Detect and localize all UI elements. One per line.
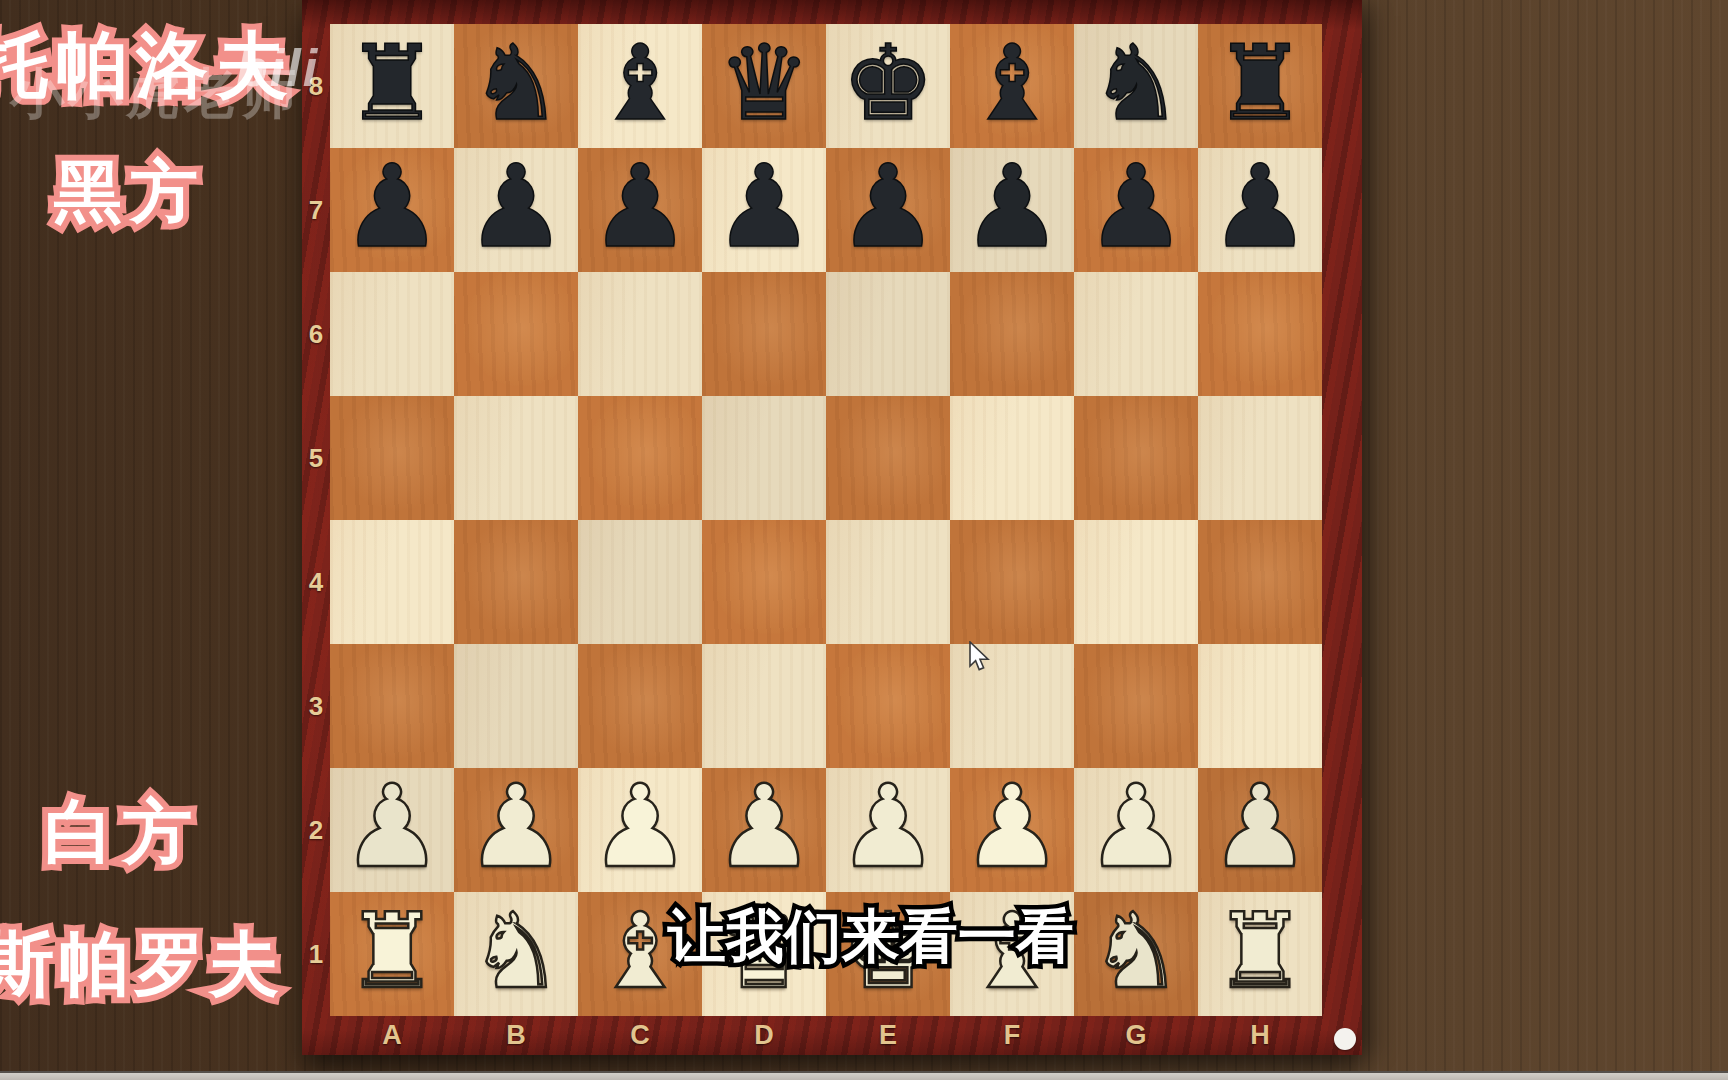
square-h2[interactable]: ♟: [1198, 768, 1322, 892]
square-c8[interactable]: ♝: [578, 24, 702, 148]
square-h1[interactable]: ♜: [1198, 892, 1322, 1016]
square-h3[interactable]: [1198, 644, 1322, 768]
square-b4[interactable]: [454, 520, 578, 644]
square-d2[interactable]: ♟: [702, 768, 826, 892]
rank-label-5: 5: [302, 396, 330, 520]
square-g1[interactable]: ♞: [1074, 892, 1198, 1016]
corner-dot-icon: [1334, 1028, 1356, 1050]
mouse-cursor-icon: [968, 641, 992, 678]
piece-black-queen[interactable]: ♛: [717, 31, 810, 135]
rank-label-2: 2: [302, 768, 330, 892]
square-b5[interactable]: [454, 396, 578, 520]
square-c5[interactable]: [578, 396, 702, 520]
square-b3[interactable]: [454, 644, 578, 768]
square-c6[interactable]: [578, 272, 702, 396]
square-g4[interactable]: [1074, 520, 1198, 644]
piece-white-pawn[interactable]: ♟: [713, 770, 815, 884]
square-a4[interactable]: [330, 520, 454, 644]
square-c7[interactable]: ♟: [578, 148, 702, 272]
file-label-g: G: [1074, 1016, 1198, 1055]
bottom-player-name: 斯帕罗夫: [0, 928, 284, 1002]
square-a1[interactable]: ♜: [330, 892, 454, 1016]
square-f7[interactable]: ♟: [950, 148, 1074, 272]
piece-white-knight[interactable]: ♞: [1089, 899, 1182, 1003]
square-g8[interactable]: ♞: [1074, 24, 1198, 148]
piece-white-knight[interactable]: ♞: [469, 899, 562, 1003]
piece-black-knight[interactable]: ♞: [1089, 31, 1182, 135]
piece-black-knight[interactable]: ♞: [469, 31, 562, 135]
square-d7[interactable]: ♟: [702, 148, 826, 272]
rank-label-1: 1: [302, 892, 330, 1016]
square-f6[interactable]: [950, 272, 1074, 396]
piece-black-pawn[interactable]: ♟: [961, 150, 1063, 264]
subtitle-caption: 让我们来看一看: [668, 906, 1074, 967]
file-label-h: H: [1198, 1016, 1322, 1055]
square-b1[interactable]: ♞: [454, 892, 578, 1016]
square-a8[interactable]: ♜: [330, 24, 454, 148]
square-e4[interactable]: [826, 520, 950, 644]
square-e7[interactable]: ♟: [826, 148, 950, 272]
square-a7[interactable]: ♟: [330, 148, 454, 272]
square-b6[interactable]: [454, 272, 578, 396]
piece-black-pawn[interactable]: ♟: [1085, 150, 1187, 264]
square-d6[interactable]: [702, 272, 826, 396]
piece-black-rook[interactable]: ♜: [345, 31, 438, 135]
square-g5[interactable]: [1074, 396, 1198, 520]
piece-black-bishop[interactable]: ♝: [593, 31, 686, 135]
file-label-b: B: [454, 1016, 578, 1055]
square-g7[interactable]: ♟: [1074, 148, 1198, 272]
square-f8[interactable]: ♝: [950, 24, 1074, 148]
file-label-d: D: [702, 1016, 826, 1055]
square-d8[interactable]: ♛: [702, 24, 826, 148]
piece-white-pawn[interactable]: ♟: [837, 770, 939, 884]
square-f2[interactable]: ♟: [950, 768, 1074, 892]
chessboard[interactable]: ♜♞♝♛♚♝♞♜♟♟♟♟♟♟♟♟♟♟♟♟♟♟♟♟♜♞♝♛♚♝♞♜: [330, 24, 1322, 1016]
rank-label-6: 6: [302, 272, 330, 396]
piece-black-pawn[interactable]: ♟: [341, 150, 443, 264]
square-h8[interactable]: ♜: [1198, 24, 1322, 148]
piece-white-pawn[interactable]: ♟: [589, 770, 691, 884]
square-c2[interactable]: ♟: [578, 768, 702, 892]
piece-black-pawn[interactable]: ♟: [713, 150, 815, 264]
bottom-edge-bar: [0, 1071, 1728, 1080]
piece-black-rook[interactable]: ♜: [1213, 31, 1306, 135]
square-h5[interactable]: [1198, 396, 1322, 520]
square-b2[interactable]: ♟: [454, 768, 578, 892]
square-g6[interactable]: [1074, 272, 1198, 396]
rank-label-4: 4: [302, 520, 330, 644]
bilibili-logo-icon: bili: [236, 38, 319, 98]
piece-white-pawn[interactable]: ♟: [1085, 770, 1187, 884]
piece-white-pawn[interactable]: ♟: [465, 770, 567, 884]
top-side-label: 黑方: [54, 156, 206, 227]
file-label-f: F: [950, 1016, 1074, 1055]
video-frame: ♜♞♝♛♚♝♞♜♟♟♟♟♟♟♟♟♟♟♟♟♟♟♟♟♜♞♝♛♚♝♞♜ 8765432…: [0, 0, 1728, 1080]
piece-white-pawn[interactable]: ♟: [961, 770, 1063, 884]
piece-black-king[interactable]: ♚: [841, 31, 934, 135]
square-b7[interactable]: ♟: [454, 148, 578, 272]
square-h4[interactable]: [1198, 520, 1322, 644]
piece-white-pawn[interactable]: ♟: [1209, 770, 1311, 884]
rank-label-3: 3: [302, 644, 330, 768]
square-c4[interactable]: [578, 520, 702, 644]
piece-black-pawn[interactable]: ♟: [465, 150, 567, 264]
square-a6[interactable]: [330, 272, 454, 396]
piece-white-pawn[interactable]: ♟: [341, 770, 443, 884]
square-h6[interactable]: [1198, 272, 1322, 396]
square-g2[interactable]: ♟: [1074, 768, 1198, 892]
bottom-side-label: 白方: [44, 796, 200, 870]
file-label-c: C: [578, 1016, 702, 1055]
rank-label-7: 7: [302, 148, 330, 272]
piece-black-bishop[interactable]: ♝: [965, 31, 1058, 135]
square-e5[interactable]: [826, 396, 950, 520]
square-b8[interactable]: ♞: [454, 24, 578, 148]
square-e8[interactable]: ♚: [826, 24, 950, 148]
file-label-e: E: [826, 1016, 950, 1055]
square-e2[interactable]: ♟: [826, 768, 950, 892]
square-d5[interactable]: [702, 396, 826, 520]
piece-black-pawn[interactable]: ♟: [589, 150, 691, 264]
square-e6[interactable]: [826, 272, 950, 396]
square-f5[interactable]: [950, 396, 1074, 520]
square-g3[interactable]: [1074, 644, 1198, 768]
piece-white-rook[interactable]: ♜: [1213, 899, 1306, 1003]
piece-black-pawn[interactable]: ♟: [1209, 150, 1311, 264]
square-a5[interactable]: [330, 396, 454, 520]
square-a2[interactable]: ♟: [330, 768, 454, 892]
square-e3[interactable]: [826, 644, 950, 768]
square-a3[interactable]: [330, 644, 454, 768]
square-d4[interactable]: [702, 520, 826, 644]
piece-white-rook[interactable]: ♜: [345, 899, 438, 1003]
square-h7[interactable]: ♟: [1198, 148, 1322, 272]
square-f4[interactable]: [950, 520, 1074, 644]
square-d3[interactable]: [702, 644, 826, 768]
piece-black-pawn[interactable]: ♟: [837, 150, 939, 264]
square-c3[interactable]: [578, 644, 702, 768]
file-label-a: A: [330, 1016, 454, 1055]
